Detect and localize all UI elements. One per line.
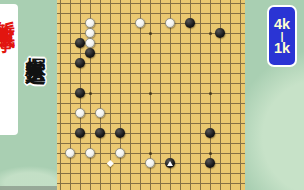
stone-white	[85, 18, 95, 28]
grid-line-vertical	[140, 0, 141, 190]
last-move-triangle-marker	[167, 161, 173, 166]
grid-line-vertical	[60, 0, 61, 190]
slogan: 探索棋之正道	[20, 41, 52, 175]
stone-black	[205, 158, 215, 168]
grid-line-horizontal	[57, 3, 245, 4]
stone-white	[85, 148, 95, 158]
stone-black	[85, 48, 95, 58]
stone-white	[165, 18, 175, 28]
star-point	[149, 152, 152, 155]
thumbnail-stage: 斩断实战恶手 探索棋之正道 4k | 1k	[0, 0, 304, 190]
stone-white	[65, 148, 75, 158]
stone-black	[95, 128, 105, 138]
grid-line-vertical	[200, 0, 201, 190]
stone-black	[115, 128, 125, 138]
grid-line-vertical	[180, 0, 181, 190]
star-point	[209, 92, 212, 95]
stone-black	[75, 38, 85, 48]
grid-line-vertical	[230, 0, 231, 190]
star-point	[149, 92, 152, 95]
stone-white	[75, 108, 85, 118]
grid-line-horizontal	[57, 133, 245, 134]
stone-black	[75, 58, 85, 68]
grid-line-horizontal	[57, 103, 245, 104]
stone-white	[135, 18, 145, 28]
grid-line-vertical	[190, 0, 191, 190]
grid-line-horizontal	[57, 113, 245, 114]
grid-line-vertical	[120, 0, 121, 190]
grid-line-horizontal	[57, 183, 245, 184]
star-point	[209, 32, 212, 35]
stone-black	[165, 158, 175, 168]
stone-black	[75, 128, 85, 138]
go-board	[57, 0, 245, 190]
grid-line-vertical	[160, 0, 161, 190]
rank-badge-bottom: 1k	[274, 41, 290, 56]
slogan-text: 探索棋之正道	[20, 41, 52, 175]
stone-black	[185, 18, 195, 28]
stone-white	[145, 158, 155, 168]
star-point	[149, 32, 152, 35]
stone-white	[85, 38, 95, 48]
left-banner-text: 斩断实战恶手	[0, 6, 18, 135]
grid-line-horizontal	[57, 63, 245, 64]
stone-white	[115, 148, 125, 158]
diamond-marker	[107, 160, 113, 166]
bottom-edge-band	[0, 186, 57, 190]
grid-line-horizontal	[57, 143, 245, 144]
star-point	[89, 92, 92, 95]
grid-line-vertical	[240, 0, 241, 190]
stone-black	[215, 28, 225, 38]
grid-line-horizontal	[57, 173, 245, 174]
stone-white	[95, 108, 105, 118]
grid-line-vertical	[130, 0, 131, 190]
rank-badge: 4k | 1k	[267, 5, 297, 67]
grid-line-horizontal	[57, 13, 245, 14]
left-banner: 斩断实战恶手	[0, 4, 18, 135]
star-point	[209, 152, 212, 155]
stone-black	[205, 128, 215, 138]
stone-white	[85, 28, 95, 38]
grid-line-vertical	[70, 0, 71, 190]
grid-line-horizontal	[57, 73, 245, 74]
stone-black	[75, 88, 85, 98]
grid-line-vertical	[100, 0, 101, 190]
grid-line-horizontal	[57, 123, 245, 124]
grid-line-horizontal	[57, 83, 245, 84]
